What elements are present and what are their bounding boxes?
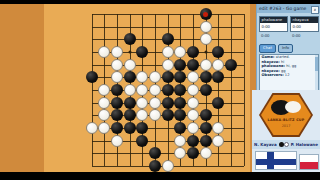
- player-right-name: P. Halowane: [291, 142, 318, 147]
- white-stone: [124, 59, 136, 71]
- white-stone: [162, 160, 174, 172]
- black-stone: [200, 109, 212, 121]
- black-stone: [136, 46, 148, 58]
- chat-line: Observers: 12: [260, 73, 318, 78]
- white-stone: [136, 71, 148, 83]
- black-stone: [187, 59, 199, 71]
- event-logo: LANKA-BLITZ CUP 2017: [259, 93, 313, 137]
- event-year: 2017: [259, 124, 313, 128]
- black-stone: [162, 33, 174, 45]
- white-stone: [111, 46, 123, 58]
- white-stone: [98, 109, 110, 121]
- white-player-box: phalowane 0:00: [259, 16, 288, 32]
- black-stone: [200, 8, 212, 20]
- white-stone: [187, 122, 199, 134]
- black-stone: [174, 109, 186, 121]
- black-stone-icon: [279, 142, 284, 147]
- black-stone: [162, 109, 174, 121]
- black-stone: [187, 135, 199, 147]
- hoshi-point: [204, 51, 207, 54]
- board-area: [0, 4, 256, 172]
- white-stone: [98, 97, 110, 109]
- poland-red-stripe: [300, 162, 318, 169]
- black-stone: [162, 71, 174, 83]
- black-stone: [124, 97, 136, 109]
- white-stone: [98, 122, 110, 134]
- go-grid[interactable]: [92, 14, 244, 166]
- letterbox-bottom: [0, 172, 320, 180]
- black-stone: [149, 160, 161, 172]
- black-stone: [136, 135, 148, 147]
- black-clock: 0:00: [290, 33, 319, 38]
- white-stone: [174, 46, 186, 58]
- black-stone: [136, 122, 148, 134]
- black-stone: [124, 109, 136, 121]
- black-stone: [162, 84, 174, 96]
- go-board[interactable]: [44, 4, 250, 172]
- black-stone: [200, 71, 212, 83]
- grid-line: [92, 153, 244, 154]
- white-stone: [98, 84, 110, 96]
- white-stone: [149, 84, 161, 96]
- black-stone: [111, 84, 123, 96]
- grid-line: [231, 14, 232, 166]
- poland-flag: [299, 154, 319, 170]
- white-stone: [187, 71, 199, 83]
- white-stone: [149, 97, 161, 109]
- white-stone: [200, 147, 212, 159]
- chat-lines: Game: started.nkayava: hiphalowane: hi, …: [260, 55, 318, 78]
- black-stone: [200, 122, 212, 134]
- black-player-box: nkayava 0:00: [290, 16, 319, 32]
- tab-chat[interactable]: Chat: [259, 44, 276, 53]
- white-stone: [200, 21, 212, 33]
- black-player-time: 0:00: [291, 23, 318, 29]
- white-stone: [174, 135, 186, 147]
- event-name: LANKA-BLITZ CUP: [259, 118, 313, 122]
- white-stone: [212, 59, 224, 71]
- white-stone: [187, 109, 199, 121]
- grid-line: [244, 14, 245, 166]
- black-stone: [187, 46, 199, 58]
- white-stone: [124, 84, 136, 96]
- scrollbar-thumb[interactable]: [315, 57, 318, 71]
- black-stone: [86, 71, 98, 83]
- hoshi-point: [128, 51, 131, 54]
- black-stone: [174, 71, 186, 83]
- white-stone: [111, 135, 123, 147]
- black-stone: [187, 147, 199, 159]
- black-stone: [124, 122, 136, 134]
- white-player-time: 0:00: [260, 23, 287, 29]
- white-stone: [212, 135, 224, 147]
- white-stone: [162, 46, 174, 58]
- white-stone-icon: [284, 142, 289, 147]
- black-stone: [174, 122, 186, 134]
- white-stone: [111, 71, 123, 83]
- white-stone: [174, 147, 186, 159]
- black-stone: [149, 147, 161, 159]
- chat-tabs: Chat Info: [259, 44, 293, 53]
- black-stone: [174, 84, 186, 96]
- white-stone: [187, 97, 199, 109]
- black-stone: [111, 97, 123, 109]
- black-stone: [111, 122, 123, 134]
- finland-flag: [255, 151, 297, 170]
- black-stone: [200, 84, 212, 96]
- black-stone: [124, 71, 136, 83]
- screen: edit #263 - Go game x phalowane 0:00 nka…: [0, 0, 320, 180]
- black-stone: [225, 59, 237, 71]
- white-stone: [111, 59, 123, 71]
- white-stone: [149, 71, 161, 83]
- black-stone: [124, 33, 136, 45]
- white-stone: [98, 46, 110, 58]
- black-stone: [111, 109, 123, 121]
- white-stone: [136, 109, 148, 121]
- tab-info[interactable]: Info: [278, 44, 293, 53]
- black-stone: [212, 97, 224, 109]
- white-stone-icon: [285, 101, 301, 113]
- white-stone: [162, 59, 174, 71]
- white-stone: [200, 59, 212, 71]
- black-stone: [174, 97, 186, 109]
- broadcast-overlay: LANKA-BLITZ CUP 2017 N. Kayava P. Halowa…: [252, 90, 320, 172]
- last-move-marker: [203, 12, 208, 17]
- white-clock: 0:00: [259, 33, 288, 38]
- matchup-banner: N. Kayava P. Halowane: [252, 140, 320, 149]
- black-stone: [200, 135, 212, 147]
- black-stone: [212, 71, 224, 83]
- white-stone: [187, 84, 199, 96]
- white-stone: [136, 84, 148, 96]
- poland-white-stripe: [300, 155, 318, 162]
- white-stone: [200, 33, 212, 45]
- close-icon[interactable]: x: [311, 6, 319, 14]
- finland-cross-horizontal: [256, 159, 296, 165]
- black-stone: [212, 46, 224, 58]
- white-stone: [212, 122, 224, 134]
- black-stone: [174, 59, 186, 71]
- black-stone: [162, 97, 174, 109]
- white-stone: [149, 109, 161, 121]
- white-stone: [86, 122, 98, 134]
- white-stone: [136, 97, 148, 109]
- player-left-name: N. Kayava: [254, 142, 277, 147]
